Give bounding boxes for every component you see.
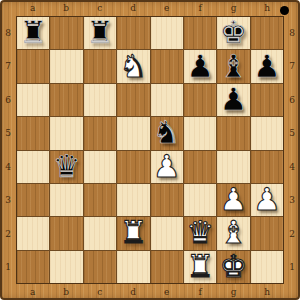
- square-e6[interactable]: [151, 84, 183, 116]
- square-h7[interactable]: ♟: [251, 50, 283, 82]
- square-f8[interactable]: [184, 17, 216, 49]
- square-e3[interactable]: [151, 184, 183, 216]
- file-label-d: d: [117, 0, 151, 16]
- square-b6[interactable]: [50, 84, 82, 116]
- square-g1[interactable]: ♚: [217, 251, 249, 283]
- square-g5[interactable]: [217, 117, 249, 149]
- square-b3[interactable]: [50, 184, 82, 216]
- square-d3[interactable]: [117, 184, 149, 216]
- white-queen-f2[interactable]: ♛: [186, 217, 214, 249]
- rank-label-3: 3: [284, 184, 300, 218]
- file-label-f: f: [184, 284, 218, 300]
- black-pawn-g6[interactable]: ♟: [220, 84, 248, 116]
- rank-label-5: 5: [0, 117, 16, 151]
- square-c6[interactable]: [84, 84, 116, 116]
- square-e8[interactable]: [151, 17, 183, 49]
- file-label-g: g: [217, 284, 251, 300]
- square-b8[interactable]: [50, 17, 82, 49]
- square-h4[interactable]: [251, 151, 283, 183]
- square-a8[interactable]: ♜: [17, 17, 49, 49]
- rank-label-5: 5: [284, 117, 300, 151]
- rank-label-1: 1: [284, 251, 300, 285]
- rank-label-4: 4: [284, 150, 300, 184]
- black-bishop-g7[interactable]: ♝: [220, 51, 248, 83]
- square-g4[interactable]: [217, 151, 249, 183]
- rank-label-7: 7: [0, 50, 16, 84]
- file-label-e: e: [150, 0, 184, 16]
- rank-label-8: 8: [0, 16, 16, 50]
- square-c1[interactable]: [84, 251, 116, 283]
- white-king-g1[interactable]: ♚: [220, 251, 248, 283]
- square-f5[interactable]: [184, 117, 216, 149]
- chessboard-screenshot: abcdefgh abcdefgh 87654321 87654321 ♜♜♚♞…: [0, 0, 300, 300]
- file-label-b: b: [50, 284, 84, 300]
- square-a1[interactable]: [17, 251, 49, 283]
- black-to-move-indicator-dot: [280, 6, 289, 15]
- square-f6[interactable]: [184, 84, 216, 116]
- file-label-c: c: [83, 284, 117, 300]
- rank-label-1: 1: [0, 251, 16, 285]
- square-h2[interactable]: [251, 217, 283, 249]
- black-rook-a8[interactable]: ♜: [19, 17, 47, 49]
- square-e7[interactable]: [151, 50, 183, 82]
- rank-label-3: 3: [0, 184, 16, 218]
- white-pawn-g3[interactable]: ♟: [220, 184, 248, 216]
- rank-label-2: 2: [284, 217, 300, 251]
- square-c4[interactable]: [84, 151, 116, 183]
- rank-labels-right: 87654321: [284, 16, 300, 284]
- square-e4[interactable]: ♟: [151, 151, 183, 183]
- square-d1[interactable]: [117, 251, 149, 283]
- square-c5[interactable]: [84, 117, 116, 149]
- rank-label-7: 7: [284, 50, 300, 84]
- square-h3[interactable]: ♟: [251, 184, 283, 216]
- rank-label-8: 8: [284, 16, 300, 50]
- white-pawn-h3[interactable]: ♟: [253, 184, 281, 216]
- square-a2[interactable]: [17, 217, 49, 249]
- square-a5[interactable]: [17, 117, 49, 149]
- square-c8[interactable]: ♜: [84, 17, 116, 49]
- white-rook-d2[interactable]: ♜: [119, 217, 147, 249]
- square-g6[interactable]: ♟: [217, 84, 249, 116]
- square-b4[interactable]: ♛: [50, 151, 82, 183]
- black-queen-b4[interactable]: ♛: [53, 151, 81, 183]
- white-bishop-g2[interactable]: ♝: [220, 217, 248, 249]
- square-f4[interactable]: [184, 151, 216, 183]
- square-g8[interactable]: ♚: [217, 17, 249, 49]
- file-label-c: c: [83, 0, 117, 16]
- square-a7[interactable]: [17, 50, 49, 82]
- white-knight-d7[interactable]: ♞: [119, 51, 147, 83]
- black-rook-c8[interactable]: ♜: [86, 17, 114, 49]
- square-b1[interactable]: [50, 251, 82, 283]
- square-g2[interactable]: ♝: [217, 217, 249, 249]
- rank-label-6: 6: [284, 83, 300, 117]
- file-label-e: e: [150, 284, 184, 300]
- file-label-d: d: [117, 284, 151, 300]
- white-rook-f1[interactable]: ♜: [186, 251, 214, 283]
- file-label-a: a: [16, 0, 50, 16]
- square-b2[interactable]: [50, 217, 82, 249]
- file-label-b: b: [50, 0, 84, 16]
- square-a4[interactable]: [17, 151, 49, 183]
- square-f1[interactable]: ♜: [184, 251, 216, 283]
- square-b7[interactable]: [50, 50, 82, 82]
- file-label-f: f: [184, 0, 218, 16]
- square-g3[interactable]: ♟: [217, 184, 249, 216]
- square-c3[interactable]: [84, 184, 116, 216]
- file-label-a: a: [16, 284, 50, 300]
- file-label-h: h: [251, 0, 285, 16]
- black-pawn-h7[interactable]: ♟: [253, 51, 281, 83]
- square-d6[interactable]: [117, 84, 149, 116]
- square-f3[interactable]: [184, 184, 216, 216]
- square-e1[interactable]: [151, 251, 183, 283]
- black-king-g8[interactable]: ♚: [220, 17, 248, 49]
- black-pawn-f7[interactable]: ♟: [186, 51, 214, 83]
- square-d8[interactable]: [117, 17, 149, 49]
- rank-labels-left: 87654321: [0, 16, 16, 284]
- square-d2[interactable]: ♜: [117, 217, 149, 249]
- square-c2[interactable]: [84, 217, 116, 249]
- white-pawn-e4[interactable]: ♟: [153, 151, 181, 183]
- square-d5[interactable]: [117, 117, 149, 149]
- square-h5[interactable]: [251, 117, 283, 149]
- square-a6[interactable]: [17, 84, 49, 116]
- square-f7[interactable]: ♟: [184, 50, 216, 82]
- square-d4[interactable]: [117, 151, 149, 183]
- square-a3[interactable]: [17, 184, 49, 216]
- square-h8[interactable]: [251, 17, 283, 49]
- file-label-h: h: [251, 284, 285, 300]
- square-d7[interactable]: ♞: [117, 50, 149, 82]
- square-e2[interactable]: [151, 217, 183, 249]
- square-f2[interactable]: ♛: [184, 217, 216, 249]
- rank-label-2: 2: [0, 217, 16, 251]
- file-labels-top: abcdefgh: [16, 0, 284, 16]
- square-e5[interactable]: ♞: [151, 117, 183, 149]
- rank-label-4: 4: [0, 150, 16, 184]
- square-c7[interactable]: [84, 50, 116, 82]
- file-label-g: g: [217, 0, 251, 16]
- square-h1[interactable]: [251, 251, 283, 283]
- black-knight-e5[interactable]: ♞: [153, 117, 181, 149]
- square-h6[interactable]: [251, 84, 283, 116]
- square-g7[interactable]: ♝: [217, 50, 249, 82]
- rank-label-6: 6: [0, 83, 16, 117]
- file-labels-bottom: abcdefgh: [16, 284, 284, 300]
- chess-board: ♜♜♚♞♟♝♟♟♞♛♟♟♟♜♛♝♜♚: [16, 16, 284, 284]
- square-b5[interactable]: [50, 117, 82, 149]
